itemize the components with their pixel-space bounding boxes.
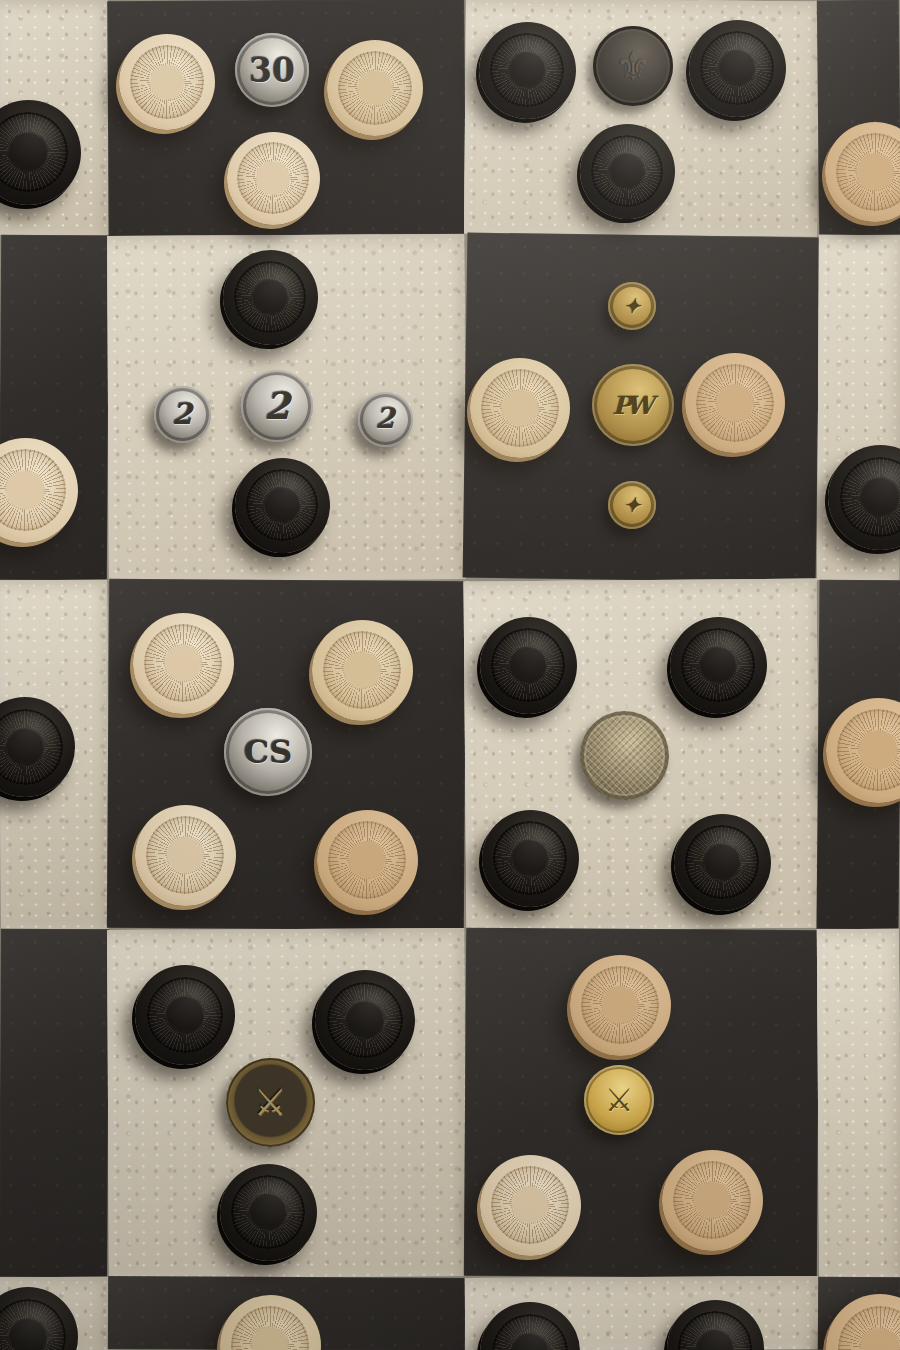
black-checker[interactable] [828,445,900,550]
heraldic-crest-glyph: ✦ [628,296,636,316]
black-checker[interactable] [135,965,235,1065]
wood-checker[interactable] [119,34,215,130]
black-checker[interactable] [220,1164,317,1261]
wood-checker[interactable] [327,40,423,136]
numeral-2-glyph: 2 [264,388,290,425]
wood-checker[interactable] [825,122,900,222]
button-numeral-2-small[interactable]: 2 [154,386,211,443]
button-crossed-swords-gold[interactable]: ⚔ [584,1065,654,1135]
black-checker[interactable] [479,22,576,119]
button-crest-small[interactable]: ✦ [608,282,656,330]
wood-checker[interactable] [317,810,418,911]
button-crest-small[interactable]: ✦ [608,481,656,529]
crossed-swords-glyph: ⚔ [605,1084,634,1116]
wood-checker[interactable] [312,620,413,721]
black-checker[interactable] [670,617,767,714]
wood-checker[interactable] [135,805,236,906]
button-monogram-pw[interactable]: PW [592,364,674,446]
button-numeral-30[interactable]: 30 [235,33,309,107]
wood-checker[interactable] [0,438,78,543]
wood-checker[interactable] [227,132,320,225]
button-woven-bronze[interactable] [580,711,669,800]
monogram-PW-glyph: PW [618,393,649,418]
black-checker[interactable] [689,20,786,117]
crossed-swords-glyph: ⚔ [253,1084,286,1121]
button-numeral-2-small[interactable]: 2 [358,392,413,447]
button-numeral-2-large[interactable]: 2 [241,370,313,442]
wood-checker[interactable] [220,1295,321,1350]
black-checker[interactable] [482,810,579,907]
double-headed-eagle-glyph: ⚜ [615,46,651,86]
numeral-2-glyph: 2 [172,400,192,429]
heraldic-crest-glyph: ✦ [628,495,636,515]
board-photo: 30⚜222✦PW✦CS⚔⚔ Overhead photograph of a … [0,0,900,1350]
wood-checker[interactable] [480,1155,581,1256]
wood-checker[interactable] [133,613,234,714]
black-checker[interactable] [315,970,415,1070]
black-checker[interactable] [0,100,81,205]
numeral-2-glyph: 2 [375,405,394,433]
button-monogram-cs[interactable]: CS [224,708,312,796]
black-checker[interactable] [0,697,75,797]
wood-checker[interactable] [662,1150,763,1251]
wood-checker[interactable] [570,955,671,1056]
pieces-layer: 30⚜222✦PW✦CS⚔⚔ [0,0,900,1350]
black-checker[interactable] [223,250,318,345]
black-checker[interactable] [580,124,675,219]
black-checker[interactable] [0,1287,78,1350]
wood-checker[interactable] [826,1294,900,1350]
wood-checker[interactable] [685,353,785,453]
black-checker[interactable] [674,814,771,911]
monogram-CS-glyph: CS [244,736,293,768]
black-checker[interactable] [480,1302,580,1350]
wood-checker[interactable] [826,698,900,803]
wood-checker[interactable] [470,358,570,458]
black-checker[interactable] [480,617,577,714]
button-crossed-swords-antique[interactable]: ⚔ [226,1058,315,1147]
black-checker[interactable] [667,1300,764,1350]
numeral-30-glyph: 30 [249,54,295,87]
button-double-eagle[interactable]: ⚜ [593,26,673,106]
black-checker[interactable] [235,458,330,553]
